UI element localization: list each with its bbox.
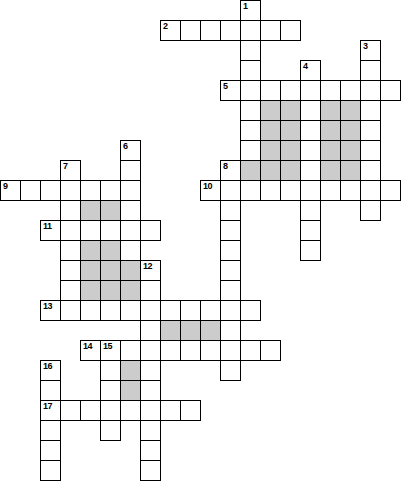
letter-cell-r18c5[interactable] <box>100 360 121 381</box>
letter-cell-r15c6[interactable] <box>120 300 141 321</box>
letter-cell-r22c7[interactable] <box>140 440 161 461</box>
letter-cell-r19c5[interactable] <box>100 380 121 401</box>
letter-cell-r4c19[interactable] <box>380 80 401 101</box>
blocked-cell-r8c14 <box>280 160 301 181</box>
letter-cell-r11c7[interactable] <box>140 220 161 241</box>
letter-cell-r9c10[interactable]: 10 <box>200 180 221 201</box>
blocked-cell-r8c12 <box>240 160 261 181</box>
letter-cell-r11c3[interactable] <box>60 220 81 241</box>
blocked-cell-r7c14 <box>280 140 301 161</box>
letter-cell-r11c4[interactable] <box>80 220 101 241</box>
letter-cell-r20c2[interactable]: 17 <box>40 400 61 421</box>
letter-cell-r8c11[interactable]: 8 <box>220 160 241 181</box>
letter-cell-r20c6[interactable] <box>120 400 141 421</box>
letter-cell-r23c7[interactable] <box>140 460 161 481</box>
letter-cell-r4c11[interactable]: 5 <box>220 80 241 101</box>
letter-cell-r9c17[interactable] <box>340 180 361 201</box>
letter-cell-r6c18[interactable] <box>360 120 381 141</box>
clue-number-3: 3 <box>363 42 368 50</box>
letter-cell-r10c18[interactable] <box>360 200 381 221</box>
blocked-cell-r5c17 <box>340 100 361 121</box>
letter-cell-r9c3[interactable] <box>60 180 81 201</box>
letter-cell-r11c11[interactable] <box>220 220 241 241</box>
clue-number-7: 7 <box>63 162 68 170</box>
letter-cell-r15c5[interactable] <box>100 300 121 321</box>
letter-cell-r10c6[interactable] <box>120 200 141 221</box>
letter-cell-r3c15[interactable]: 4 <box>300 60 321 81</box>
blocked-cell-r7c17 <box>340 140 361 161</box>
clue-number-14: 14 <box>83 342 92 350</box>
blocked-cell-r6c14 <box>280 120 301 141</box>
clue-number-2: 2 <box>163 22 168 30</box>
letter-cell-r21c7[interactable] <box>140 420 161 441</box>
letter-cell-r1c9[interactable] <box>180 20 201 41</box>
letter-cell-r1c10[interactable] <box>200 20 221 41</box>
letter-cell-r20c7[interactable] <box>140 400 161 421</box>
letter-cell-r15c3[interactable] <box>60 300 81 321</box>
letter-cell-r23c2[interactable] <box>40 460 61 481</box>
letter-cell-r20c4[interactable] <box>80 400 101 421</box>
letter-cell-r12c6[interactable] <box>120 240 141 261</box>
letter-cell-r17c7[interactable] <box>140 340 161 361</box>
blocked-cell-r16c8 <box>160 320 181 341</box>
blocked-cell-r8c17 <box>340 160 361 181</box>
blocked-cell-r16c10 <box>200 320 221 341</box>
letter-cell-r18c11[interactable] <box>220 360 241 381</box>
blocked-cell-r13c5 <box>100 260 121 281</box>
letter-cell-r4c15[interactable] <box>300 80 321 101</box>
letter-cell-r2c18[interactable]: 3 <box>360 40 381 61</box>
blocked-cell-r10c4 <box>80 200 101 221</box>
letter-cell-r10c11[interactable] <box>220 200 241 221</box>
clue-number-16: 16 <box>43 362 52 370</box>
blocked-cell-r5c14 <box>280 100 301 121</box>
letter-cell-r15c10[interactable] <box>200 300 221 321</box>
letter-cell-r7c15[interactable] <box>300 140 321 161</box>
blocked-cell-r8c13 <box>260 160 281 181</box>
clue-number-4: 4 <box>303 62 308 70</box>
letter-cell-r3c12[interactable] <box>240 60 261 81</box>
letter-cell-r8c18[interactable] <box>360 160 381 181</box>
letter-cell-r9c0[interactable]: 9 <box>0 180 21 201</box>
letter-cell-r18c2[interactable]: 16 <box>40 360 61 381</box>
letter-cell-r14c7[interactable] <box>140 280 161 301</box>
letter-cell-r19c2[interactable] <box>40 380 61 401</box>
blocked-cell-r13c4 <box>80 260 101 281</box>
blocked-cell-r10c5 <box>100 200 121 221</box>
letter-cell-r13c7[interactable]: 12 <box>140 260 161 281</box>
letter-cell-r17c10[interactable] <box>200 340 221 361</box>
letter-cell-r7c12[interactable] <box>240 140 261 161</box>
letter-cell-r22c2[interactable] <box>40 440 61 461</box>
letter-cell-r9c4[interactable] <box>80 180 101 201</box>
letter-cell-r9c15[interactable] <box>300 180 321 201</box>
letter-cell-r9c14[interactable] <box>280 180 301 201</box>
letter-cell-r17c12[interactable] <box>240 340 261 361</box>
blocked-cell-r13c6 <box>120 260 141 281</box>
letter-cell-r9c6[interactable] <box>120 180 141 201</box>
clue-number-10: 10 <box>203 182 212 190</box>
crossword-page: 1234567891011121314151617 <box>0 0 401 481</box>
letter-cell-r1c8[interactable]: 2 <box>160 20 181 41</box>
blocked-cell-r16c9 <box>180 320 201 341</box>
letter-cell-r4c12[interactable] <box>240 80 261 101</box>
clue-number-5: 5 <box>223 82 228 90</box>
letter-cell-r8c3[interactable]: 7 <box>60 160 81 181</box>
blocked-cell-r5c13 <box>260 100 281 121</box>
letter-cell-r9c12[interactable] <box>240 180 261 201</box>
letter-cell-r15c7[interactable] <box>140 300 161 321</box>
letter-cell-r4c18[interactable] <box>360 80 381 101</box>
letter-cell-r8c15[interactable] <box>300 160 321 181</box>
blocked-cell-r7c16 <box>320 140 341 161</box>
letter-cell-r17c8[interactable] <box>160 340 181 361</box>
letter-cell-r17c6[interactable] <box>120 340 141 361</box>
blocked-cell-r5c16 <box>320 100 341 121</box>
crossword-grid: 1234567891011121314151617 <box>0 0 400 480</box>
letter-cell-r9c5[interactable] <box>100 180 121 201</box>
letter-cell-r10c3[interactable] <box>60 200 81 221</box>
letter-cell-r10c15[interactable] <box>300 200 321 221</box>
letter-cell-r20c5[interactable] <box>100 400 121 421</box>
letter-cell-r19c7[interactable] <box>140 380 161 401</box>
letter-cell-r6c12[interactable] <box>240 120 261 141</box>
letter-cell-r5c18[interactable] <box>360 100 381 121</box>
letter-cell-r1c13[interactable] <box>260 20 281 41</box>
letter-cell-r6c15[interactable] <box>300 120 321 141</box>
letter-cell-r9c16[interactable] <box>320 180 341 201</box>
letter-cell-r13c3[interactable] <box>60 260 81 281</box>
letter-cell-r14c11[interactable] <box>220 280 241 301</box>
letter-cell-r11c15[interactable] <box>300 220 321 241</box>
letter-cell-r18c7[interactable] <box>140 360 161 381</box>
letter-cell-r11c6[interactable] <box>120 220 141 241</box>
clue-number-15: 15 <box>103 342 112 350</box>
blocked-cell-r6c16 <box>320 120 341 141</box>
letter-cell-r17c13[interactable] <box>260 340 281 361</box>
letter-cell-r20c3[interactable] <box>60 400 81 421</box>
letter-cell-r5c15[interactable] <box>300 100 321 121</box>
letter-cell-r16c11[interactable] <box>220 320 241 341</box>
letter-cell-r13c11[interactable] <box>220 260 241 281</box>
blocked-cell-r6c17 <box>340 120 361 141</box>
letter-cell-r9c13[interactable] <box>260 180 281 201</box>
letter-cell-r4c16[interactable] <box>320 80 341 101</box>
letter-cell-r16c7[interactable] <box>140 320 161 341</box>
letter-cell-r17c11[interactable] <box>220 340 241 361</box>
letter-cell-r15c4[interactable] <box>80 300 101 321</box>
letter-cell-r9c18[interactable] <box>360 180 381 201</box>
blocked-cell-r12c4 <box>80 240 101 261</box>
clue-number-17: 17 <box>43 402 52 410</box>
letter-cell-r11c5[interactable] <box>100 220 121 241</box>
clue-number-8: 8 <box>223 162 228 170</box>
letter-cell-r5c12[interactable] <box>240 100 261 121</box>
letter-cell-r20c9[interactable] <box>180 400 201 421</box>
clue-number-9: 9 <box>3 182 8 190</box>
blocked-cell-r12c5 <box>100 240 121 261</box>
blocked-cell-r14c6 <box>120 280 141 301</box>
letter-cell-r1c11[interactable] <box>220 20 241 41</box>
clue-number-6: 6 <box>123 142 128 150</box>
letter-cell-r17c9[interactable] <box>180 340 201 361</box>
letter-cell-r4c13[interactable] <box>260 80 281 101</box>
letter-cell-r15c2[interactable]: 13 <box>40 300 61 321</box>
clue-number-1: 1 <box>243 2 248 10</box>
blocked-cell-r8c16 <box>320 160 341 181</box>
letter-cell-r3c18[interactable] <box>360 60 381 81</box>
letter-cell-r9c1[interactable] <box>20 180 41 201</box>
letter-cell-r14c3[interactable] <box>60 280 81 301</box>
letter-cell-r17c4[interactable]: 14 <box>80 340 101 361</box>
blocked-cell-r6c13 <box>260 120 281 141</box>
letter-cell-r15c9[interactable] <box>180 300 201 321</box>
clue-number-13: 13 <box>43 302 52 310</box>
clue-number-12: 12 <box>143 262 152 270</box>
letter-cell-r1c12[interactable] <box>240 20 261 41</box>
letter-cell-r4c14[interactable] <box>280 80 301 101</box>
letter-cell-r0c12[interactable]: 1 <box>240 0 261 21</box>
letter-cell-r9c2[interactable] <box>40 180 61 201</box>
letter-cell-r9c11[interactable] <box>220 180 241 201</box>
letter-cell-r12c3[interactable] <box>60 240 81 261</box>
letter-cell-r9c19[interactable] <box>380 180 401 201</box>
letter-cell-r12c11[interactable] <box>220 240 241 261</box>
letter-cell-r7c6[interactable]: 6 <box>120 140 141 161</box>
clue-number-11: 11 <box>43 222 52 230</box>
letter-cell-r20c8[interactable] <box>160 400 181 421</box>
letter-cell-r15c8[interactable] <box>160 300 181 321</box>
letter-cell-r15c12[interactable] <box>240 300 261 321</box>
letter-cell-r21c5[interactable] <box>100 420 121 441</box>
blocked-cell-r14c5 <box>100 280 121 301</box>
letter-cell-r7c18[interactable] <box>360 140 381 161</box>
letter-cell-r21c2[interactable] <box>40 420 61 441</box>
blocked-cell-r14c4 <box>80 280 101 301</box>
blocked-cell-r7c13 <box>260 140 281 161</box>
letter-cell-r1c14[interactable] <box>280 20 301 41</box>
letter-cell-r11c2[interactable]: 11 <box>40 220 61 241</box>
letter-cell-r8c6[interactable] <box>120 160 141 181</box>
letter-cell-r15c11[interactable] <box>220 300 241 321</box>
blocked-cell-r19c6 <box>120 380 141 401</box>
blocked-cell-r18c6 <box>120 360 141 381</box>
letter-cell-r4c17[interactable] <box>340 80 361 101</box>
letter-cell-r17c5[interactable]: 15 <box>100 340 121 361</box>
letter-cell-r12c15[interactable] <box>300 240 321 261</box>
letter-cell-r2c12[interactable] <box>240 40 261 61</box>
